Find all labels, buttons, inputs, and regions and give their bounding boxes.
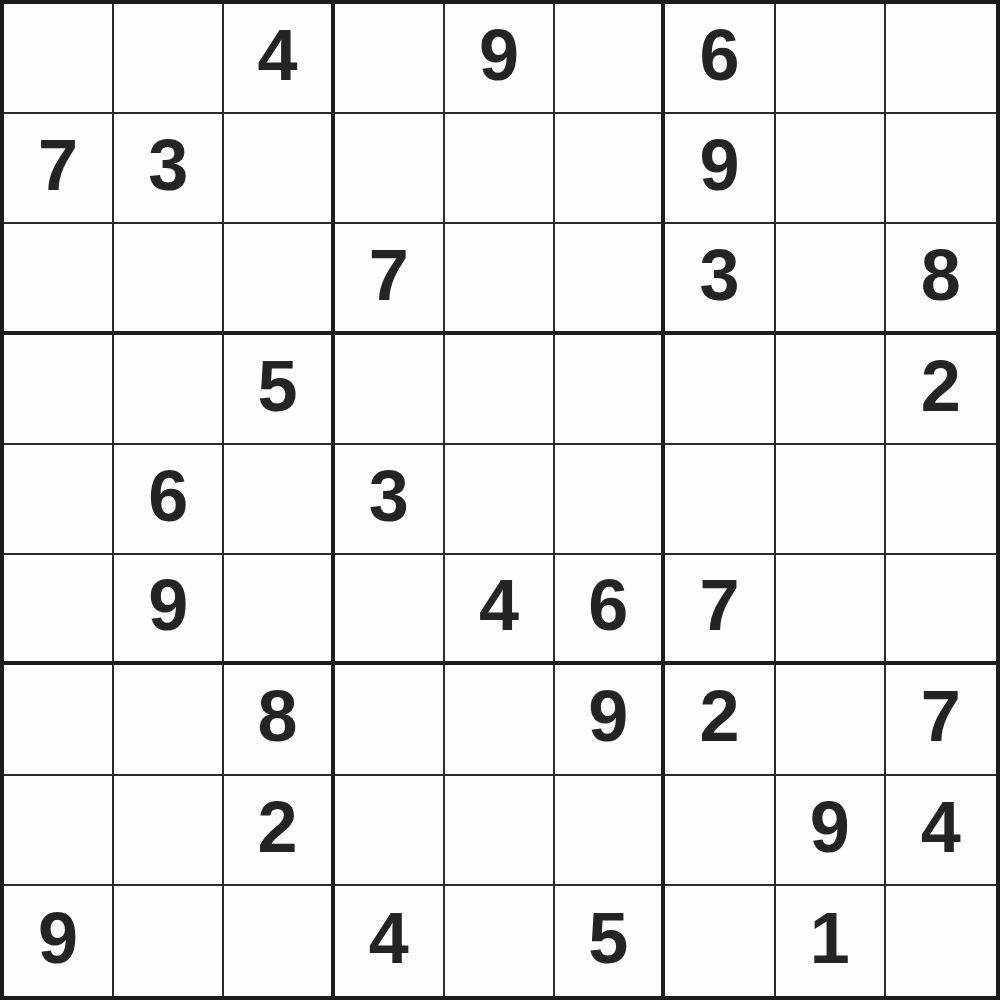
cell-r7c2-empty[interactable] [114, 665, 224, 775]
cell-r6c4-empty[interactable] [335, 555, 445, 665]
cell-r1c2-empty[interactable] [114, 4, 224, 114]
cell-r5c1-empty[interactable] [4, 445, 114, 555]
cell-r4c8-empty[interactable] [776, 335, 886, 445]
cell-r5c5-empty[interactable] [445, 445, 555, 555]
cell-r9c3-empty[interactable] [224, 886, 334, 996]
cell-r7c9-given: 7 [886, 665, 996, 775]
cell-r6c1-empty[interactable] [4, 555, 114, 665]
cell-r6c9-empty[interactable] [886, 555, 996, 665]
cell-r5c8-empty[interactable] [776, 445, 886, 555]
cell-r2c6-empty[interactable] [555, 114, 665, 224]
cell-r8c2-empty[interactable] [114, 776, 224, 886]
cell-r5c2-given: 6 [114, 445, 224, 555]
cell-r6c2-given: 9 [114, 555, 224, 665]
cell-r8c6-empty[interactable] [555, 776, 665, 886]
cell-r3c8-empty[interactable] [776, 224, 886, 334]
cell-r9c7-empty[interactable] [665, 886, 775, 996]
cell-r4c4-empty[interactable] [335, 335, 445, 445]
cell-r1c8-empty[interactable] [776, 4, 886, 114]
cell-r5c6-empty[interactable] [555, 445, 665, 555]
cell-r6c6-given: 6 [555, 555, 665, 665]
cell-r7c7-given: 2 [665, 665, 775, 775]
cell-r7c5-empty[interactable] [445, 665, 555, 775]
cell-r2c8-empty[interactable] [776, 114, 886, 224]
cell-r2c7-given: 9 [665, 114, 775, 224]
cell-r5c4-given: 3 [335, 445, 445, 555]
cell-r2c2-given: 3 [114, 114, 224, 224]
cell-r9c1-given: 9 [4, 886, 114, 996]
cell-r3c9-given: 8 [886, 224, 996, 334]
cell-r7c8-empty[interactable] [776, 665, 886, 775]
cell-r5c7-empty[interactable] [665, 445, 775, 555]
cell-r7c6-given: 9 [555, 665, 665, 775]
cell-r9c9-empty[interactable] [886, 886, 996, 996]
cell-r3c2-empty[interactable] [114, 224, 224, 334]
cell-r9c8-given: 1 [776, 886, 886, 996]
cell-r4c7-empty[interactable] [665, 335, 775, 445]
sudoku-page: 4967397385263946789272949451 [0, 0, 1000, 1000]
cell-r6c7-given: 7 [665, 555, 775, 665]
cell-r8c5-empty[interactable] [445, 776, 555, 886]
cell-r2c9-empty[interactable] [886, 114, 996, 224]
cell-r9c6-given: 5 [555, 886, 665, 996]
cell-r2c4-empty[interactable] [335, 114, 445, 224]
cell-r1c7-given: 6 [665, 4, 775, 114]
cell-r8c7-empty[interactable] [665, 776, 775, 886]
cell-r2c5-empty[interactable] [445, 114, 555, 224]
cell-r7c1-empty[interactable] [4, 665, 114, 775]
cell-r3c3-empty[interactable] [224, 224, 334, 334]
cell-r5c3-empty[interactable] [224, 445, 334, 555]
cell-r7c3-given: 8 [224, 665, 334, 775]
cell-r6c5-given: 4 [445, 555, 555, 665]
cell-r8c4-empty[interactable] [335, 776, 445, 886]
cell-r1c4-empty[interactable] [335, 4, 445, 114]
cell-r3c7-given: 3 [665, 224, 775, 334]
cell-r8c1-empty[interactable] [4, 776, 114, 886]
cell-r4c1-empty[interactable] [4, 335, 114, 445]
sudoku-board: 4967397385263946789272949451 [0, 0, 1000, 1000]
cell-r1c1-empty[interactable] [4, 4, 114, 114]
cell-r3c6-empty[interactable] [555, 224, 665, 334]
cell-r3c4-given: 7 [335, 224, 445, 334]
cell-r5c9-empty[interactable] [886, 445, 996, 555]
cell-r6c8-empty[interactable] [776, 555, 886, 665]
cell-r4c2-empty[interactable] [114, 335, 224, 445]
cell-r2c1-given: 7 [4, 114, 114, 224]
cell-r8c8-given: 9 [776, 776, 886, 886]
cell-r1c6-empty[interactable] [555, 4, 665, 114]
cell-r9c4-given: 4 [335, 886, 445, 996]
cell-r4c3-given: 5 [224, 335, 334, 445]
cell-r1c3-given: 4 [224, 4, 334, 114]
cell-r7c4-empty[interactable] [335, 665, 445, 775]
cell-r1c5-given: 9 [445, 4, 555, 114]
cell-r9c5-empty[interactable] [445, 886, 555, 996]
cell-r8c3-given: 2 [224, 776, 334, 886]
cell-r4c5-empty[interactable] [445, 335, 555, 445]
cell-r9c2-empty[interactable] [114, 886, 224, 996]
cell-r6c3-empty[interactable] [224, 555, 334, 665]
cell-r2c3-empty[interactable] [224, 114, 334, 224]
cell-r4c6-empty[interactable] [555, 335, 665, 445]
cell-r1c9-empty[interactable] [886, 4, 996, 114]
cell-r3c1-empty[interactable] [4, 224, 114, 334]
cell-r8c9-given: 4 [886, 776, 996, 886]
cell-r4c9-given: 2 [886, 335, 996, 445]
cell-r3c5-empty[interactable] [445, 224, 555, 334]
